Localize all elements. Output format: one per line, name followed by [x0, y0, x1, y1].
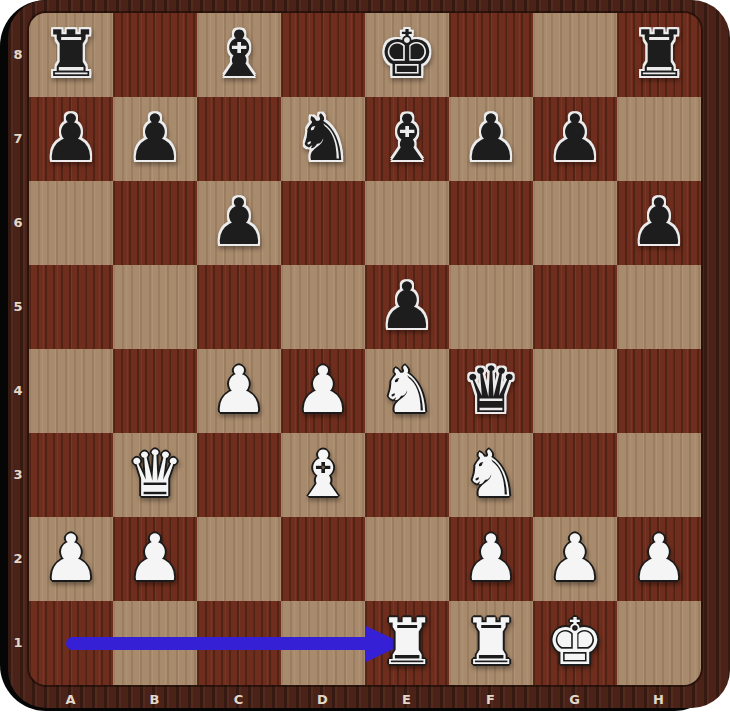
square-b4[interactable]: [113, 349, 197, 433]
file-label-d: D: [281, 692, 365, 708]
move-arrow-shaft: [66, 637, 368, 650]
rank-label-6: 6: [8, 215, 28, 231]
piece-white-pawn-f2[interactable]: ♟: [449, 517, 533, 601]
piece-black-bishop-c8[interactable]: ♝: [197, 13, 281, 97]
chess-board[interactable]: ♜♝♚♜♟♟♞♝♟♟♟♟♟♟♟♞♛♛♝♞♟♟♟♟♟♜♜♚: [29, 13, 701, 685]
rank-label-7: 7: [8, 131, 28, 147]
piece-white-pawn-b2[interactable]: ♟: [113, 517, 197, 601]
piece-black-rook-h8[interactable]: ♜: [617, 13, 701, 97]
square-c2[interactable]: [197, 517, 281, 601]
file-label-c: C: [197, 692, 281, 708]
square-d8[interactable]: [281, 13, 365, 97]
piece-black-rook-a8[interactable]: ♜: [29, 13, 113, 97]
board-frame: ♜♝♚♜♟♟♞♝♟♟♟♟♟♟♟♞♛♛♝♞♟♟♟♟♟♜♜♚ 87654321ABC…: [8, 0, 730, 708]
file-label-b: B: [113, 692, 197, 708]
square-g6[interactable]: [533, 181, 617, 265]
piece-white-pawn-c4[interactable]: ♟: [197, 349, 281, 433]
square-c5[interactable]: [197, 265, 281, 349]
square-h5[interactable]: [617, 265, 701, 349]
file-label-g: G: [533, 692, 617, 708]
square-a6[interactable]: [29, 181, 113, 265]
file-label-f: F: [449, 692, 533, 708]
file-label-a: A: [29, 692, 113, 708]
piece-white-king-g1[interactable]: ♚: [533, 601, 617, 685]
piece-white-pawn-g2[interactable]: ♟: [533, 517, 617, 601]
piece-black-bishop-e7[interactable]: ♝: [365, 97, 449, 181]
piece-black-queen-f4[interactable]: ♛: [449, 349, 533, 433]
piece-black-pawn-e5[interactable]: ♟: [365, 265, 449, 349]
square-d6[interactable]: [281, 181, 365, 265]
piece-white-queen-b3[interactable]: ♛: [113, 433, 197, 517]
piece-black-pawn-a7[interactable]: ♟: [29, 97, 113, 181]
piece-black-king-e8[interactable]: ♚: [365, 13, 449, 97]
rank-label-1: 1: [8, 635, 28, 651]
piece-white-pawn-d4[interactable]: ♟: [281, 349, 365, 433]
piece-black-pawn-h6[interactable]: ♟: [617, 181, 701, 265]
rank-label-8: 8: [8, 47, 28, 63]
piece-white-pawn-h2[interactable]: ♟: [617, 517, 701, 601]
square-e3[interactable]: [365, 433, 449, 517]
square-d2[interactable]: [281, 517, 365, 601]
square-g3[interactable]: [533, 433, 617, 517]
piece-white-knight-e4[interactable]: ♞: [365, 349, 449, 433]
square-d5[interactable]: [281, 265, 365, 349]
square-a5[interactable]: [29, 265, 113, 349]
piece-white-pawn-a2[interactable]: ♟: [29, 517, 113, 601]
square-a4[interactable]: [29, 349, 113, 433]
chess-app: ♜♝♚♜♟♟♞♝♟♟♟♟♟♟♟♞♛♛♝♞♟♟♟♟♟♜♜♚ 87654321ABC…: [0, 0, 730, 715]
rank-label-3: 3: [8, 467, 28, 483]
rank-label-2: 2: [8, 551, 28, 567]
piece-white-rook-e1[interactable]: ♜: [365, 601, 449, 685]
square-e6[interactable]: [365, 181, 449, 265]
square-g5[interactable]: [533, 265, 617, 349]
square-f8[interactable]: [449, 13, 533, 97]
square-f5[interactable]: [449, 265, 533, 349]
piece-black-pawn-b7[interactable]: ♟: [113, 97, 197, 181]
square-g8[interactable]: [533, 13, 617, 97]
square-a3[interactable]: [29, 433, 113, 517]
rank-label-4: 4: [8, 383, 28, 399]
piece-white-bishop-d3[interactable]: ♝: [281, 433, 365, 517]
square-e2[interactable]: [365, 517, 449, 601]
piece-black-pawn-g7[interactable]: ♟: [533, 97, 617, 181]
piece-black-pawn-f7[interactable]: ♟: [449, 97, 533, 181]
square-c3[interactable]: [197, 433, 281, 517]
piece-black-pawn-c6[interactable]: ♟: [197, 181, 281, 265]
file-label-e: E: [365, 692, 449, 708]
piece-black-knight-d7[interactable]: ♞: [281, 97, 365, 181]
square-b8[interactable]: [113, 13, 197, 97]
square-f6[interactable]: [449, 181, 533, 265]
square-b6[interactable]: [113, 181, 197, 265]
square-h7[interactable]: [617, 97, 701, 181]
square-h1[interactable]: [617, 601, 701, 685]
square-g4[interactable]: [533, 349, 617, 433]
square-h3[interactable]: [617, 433, 701, 517]
square-c7[interactable]: [197, 97, 281, 181]
file-label-h: H: [617, 692, 701, 708]
piece-white-knight-f3[interactable]: ♞: [449, 433, 533, 517]
rank-label-5: 5: [8, 299, 28, 315]
piece-white-rook-f1[interactable]: ♜: [449, 601, 533, 685]
square-h4[interactable]: [617, 349, 701, 433]
square-b5[interactable]: [113, 265, 197, 349]
